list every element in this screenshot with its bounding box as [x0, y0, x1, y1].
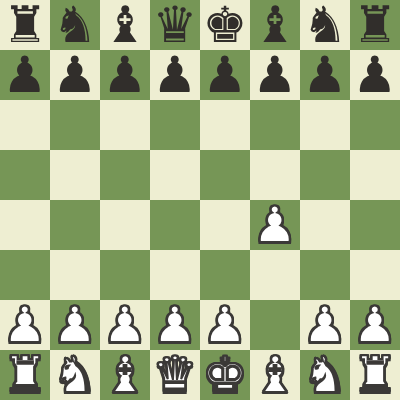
square-b8[interactable]: ♞: [50, 0, 100, 50]
square-h6[interactable]: [350, 100, 400, 150]
white-knight-piece[interactable]: ♞: [53, 350, 98, 400]
square-b2[interactable]: ♟: [50, 300, 100, 350]
square-b4[interactable]: [50, 200, 100, 250]
square-d7[interactable]: ♟: [150, 50, 200, 100]
black-queen-piece[interactable]: ♛: [153, 0, 198, 50]
black-pawn-piece[interactable]: ♟: [103, 50, 148, 100]
square-g5[interactable]: [300, 150, 350, 200]
black-bishop-piece[interactable]: ♝: [103, 0, 148, 50]
square-a8[interactable]: ♜: [0, 0, 50, 50]
black-knight-piece[interactable]: ♞: [303, 0, 348, 50]
square-c5[interactable]: [100, 150, 150, 200]
square-d6[interactable]: [150, 100, 200, 150]
square-e1[interactable]: ♚: [200, 350, 250, 400]
square-h1[interactable]: ♜: [350, 350, 400, 400]
square-e3[interactable]: [200, 250, 250, 300]
square-f1[interactable]: ♝: [250, 350, 300, 400]
square-c8[interactable]: ♝: [100, 0, 150, 50]
white-bishop-piece[interactable]: ♝: [253, 350, 298, 400]
black-pawn-piece[interactable]: ♟: [203, 50, 248, 100]
white-pawn-piece[interactable]: ♟: [103, 300, 148, 350]
square-a1[interactable]: ♜: [0, 350, 50, 400]
white-pawn-piece[interactable]: ♟: [53, 300, 98, 350]
square-f8[interactable]: ♝: [250, 0, 300, 50]
white-pawn-piece[interactable]: ♟: [3, 300, 48, 350]
black-pawn-piece[interactable]: ♟: [153, 50, 198, 100]
white-pawn-piece[interactable]: ♟: [203, 300, 248, 350]
square-d2[interactable]: ♟: [150, 300, 200, 350]
white-pawn-piece[interactable]: ♟: [253, 200, 298, 250]
square-f3[interactable]: [250, 250, 300, 300]
white-rook-piece[interactable]: ♜: [3, 350, 48, 400]
square-h4[interactable]: [350, 200, 400, 250]
square-b1[interactable]: ♞: [50, 350, 100, 400]
square-g1[interactable]: ♞: [300, 350, 350, 400]
square-g8[interactable]: ♞: [300, 0, 350, 50]
white-pawn-piece[interactable]: ♟: [153, 300, 198, 350]
black-bishop-piece[interactable]: ♝: [253, 0, 298, 50]
white-pawn-piece[interactable]: ♟: [353, 300, 398, 350]
square-b3[interactable]: [50, 250, 100, 300]
square-h8[interactable]: ♜: [350, 0, 400, 50]
square-h2[interactable]: ♟: [350, 300, 400, 350]
square-f2[interactable]: [250, 300, 300, 350]
square-h5[interactable]: [350, 150, 400, 200]
square-e6[interactable]: [200, 100, 250, 150]
square-c3[interactable]: [100, 250, 150, 300]
black-pawn-piece[interactable]: ♟: [303, 50, 348, 100]
black-pawn-piece[interactable]: ♟: [253, 50, 298, 100]
square-c7[interactable]: ♟: [100, 50, 150, 100]
square-a5[interactable]: [0, 150, 50, 200]
black-rook-piece[interactable]: ♜: [3, 0, 48, 50]
square-e7[interactable]: ♟: [200, 50, 250, 100]
square-g3[interactable]: [300, 250, 350, 300]
square-b5[interactable]: [50, 150, 100, 200]
white-knight-piece[interactable]: ♞: [303, 350, 348, 400]
black-rook-piece[interactable]: ♜: [353, 0, 398, 50]
black-pawn-piece[interactable]: ♟: [53, 50, 98, 100]
square-c4[interactable]: [100, 200, 150, 250]
square-c2[interactable]: ♟: [100, 300, 150, 350]
square-c6[interactable]: [100, 100, 150, 150]
square-d8[interactable]: ♛: [150, 0, 200, 50]
square-h3[interactable]: [350, 250, 400, 300]
square-d4[interactable]: [150, 200, 200, 250]
square-e4[interactable]: [200, 200, 250, 250]
white-rook-piece[interactable]: ♜: [353, 350, 398, 400]
square-f4[interactable]: ♟: [250, 200, 300, 250]
square-d1[interactable]: ♛: [150, 350, 200, 400]
square-c1[interactable]: ♝: [100, 350, 150, 400]
white-bishop-piece[interactable]: ♝: [103, 350, 148, 400]
square-a3[interactable]: [0, 250, 50, 300]
square-a2[interactable]: ♟: [0, 300, 50, 350]
square-g7[interactable]: ♟: [300, 50, 350, 100]
square-g2[interactable]: ♟: [300, 300, 350, 350]
chess-board: ♜♞♝♛♚♝♞♜♟♟♟♟♟♟♟♟♟♟♟♟♟♟♟♟♜♞♝♛♚♝♞♜: [0, 0, 400, 400]
square-f6[interactable]: [250, 100, 300, 150]
white-queen-piece[interactable]: ♛: [153, 350, 198, 400]
square-a7[interactable]: ♟: [0, 50, 50, 100]
black-pawn-piece[interactable]: ♟: [353, 50, 398, 100]
square-d3[interactable]: [150, 250, 200, 300]
square-h7[interactable]: ♟: [350, 50, 400, 100]
white-pawn-piece[interactable]: ♟: [303, 300, 348, 350]
square-g6[interactable]: [300, 100, 350, 150]
square-e8[interactable]: ♚: [200, 0, 250, 50]
square-a4[interactable]: [0, 200, 50, 250]
square-a6[interactable]: [0, 100, 50, 150]
square-e2[interactable]: ♟: [200, 300, 250, 350]
square-e5[interactable]: [200, 150, 250, 200]
white-king-piece[interactable]: ♚: [203, 350, 248, 400]
square-f7[interactable]: ♟: [250, 50, 300, 100]
square-g4[interactable]: [300, 200, 350, 250]
square-d5[interactable]: [150, 150, 200, 200]
square-f5[interactable]: [250, 150, 300, 200]
black-knight-piece[interactable]: ♞: [53, 0, 98, 50]
black-pawn-piece[interactable]: ♟: [3, 50, 48, 100]
square-b6[interactable]: [50, 100, 100, 150]
square-b7[interactable]: ♟: [50, 50, 100, 100]
black-king-piece[interactable]: ♚: [203, 0, 248, 50]
